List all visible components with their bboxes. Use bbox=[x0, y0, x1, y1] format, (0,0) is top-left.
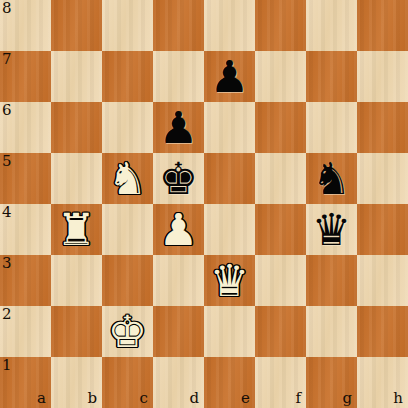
file-label-e: e bbox=[241, 391, 250, 406]
file-label-g: g bbox=[342, 391, 352, 406]
piece-black-queen[interactable]: ♛ bbox=[312, 204, 351, 255]
square-g7[interactable] bbox=[306, 51, 357, 102]
square-e4[interactable] bbox=[204, 204, 255, 255]
square-h3[interactable] bbox=[357, 255, 408, 306]
file-label-c: c bbox=[140, 391, 148, 406]
piece-white-queen[interactable]: ♛ bbox=[210, 255, 249, 306]
square-e8[interactable] bbox=[204, 0, 255, 51]
square-b3[interactable] bbox=[51, 255, 102, 306]
piece-white-rook[interactable]: ♜ bbox=[57, 204, 96, 255]
file-label-a: a bbox=[37, 391, 46, 406]
square-b6[interactable] bbox=[51, 102, 102, 153]
square-e3[interactable]: ♛ bbox=[204, 255, 255, 306]
square-h6[interactable] bbox=[357, 102, 408, 153]
square-c7[interactable] bbox=[102, 51, 153, 102]
rank-label-3: 3 bbox=[2, 256, 12, 271]
chess-board: 87♟6♟5♞♚♞4♜♟♛3♛2♚1abcdefgh bbox=[0, 0, 408, 408]
square-g4[interactable]: ♛ bbox=[306, 204, 357, 255]
square-h7[interactable] bbox=[357, 51, 408, 102]
square-d1[interactable]: d bbox=[153, 357, 204, 408]
square-f2[interactable] bbox=[255, 306, 306, 357]
piece-white-pawn[interactable]: ♟ bbox=[159, 204, 198, 255]
square-b5[interactable] bbox=[51, 153, 102, 204]
square-h4[interactable] bbox=[357, 204, 408, 255]
square-e5[interactable] bbox=[204, 153, 255, 204]
file-label-d: d bbox=[189, 391, 199, 406]
rank-label-8: 8 bbox=[2, 1, 12, 16]
square-a1[interactable]: 1a bbox=[0, 357, 51, 408]
square-c1[interactable]: c bbox=[102, 357, 153, 408]
file-label-f: f bbox=[295, 391, 301, 406]
rank-label-5: 5 bbox=[2, 154, 12, 169]
square-f1[interactable]: f bbox=[255, 357, 306, 408]
square-a7[interactable]: 7 bbox=[0, 51, 51, 102]
square-g3[interactable] bbox=[306, 255, 357, 306]
square-b1[interactable]: b bbox=[51, 357, 102, 408]
piece-white-knight[interactable]: ♞ bbox=[108, 153, 147, 204]
file-label-b: b bbox=[87, 391, 97, 406]
piece-black-king[interactable]: ♚ bbox=[159, 153, 198, 204]
piece-black-pawn[interactable]: ♟ bbox=[210, 51, 249, 102]
square-g5[interactable]: ♞ bbox=[306, 153, 357, 204]
square-f4[interactable] bbox=[255, 204, 306, 255]
square-c3[interactable] bbox=[102, 255, 153, 306]
square-a2[interactable]: 2 bbox=[0, 306, 51, 357]
square-d3[interactable] bbox=[153, 255, 204, 306]
piece-black-knight[interactable]: ♞ bbox=[312, 153, 351, 204]
square-f7[interactable] bbox=[255, 51, 306, 102]
square-f6[interactable] bbox=[255, 102, 306, 153]
piece-black-pawn[interactable]: ♟ bbox=[159, 102, 198, 153]
square-h1[interactable]: h bbox=[357, 357, 408, 408]
square-a5[interactable]: 5 bbox=[0, 153, 51, 204]
square-e1[interactable]: e bbox=[204, 357, 255, 408]
square-h2[interactable] bbox=[357, 306, 408, 357]
square-d8[interactable] bbox=[153, 0, 204, 51]
square-g6[interactable] bbox=[306, 102, 357, 153]
square-e2[interactable] bbox=[204, 306, 255, 357]
square-f3[interactable] bbox=[255, 255, 306, 306]
square-f5[interactable] bbox=[255, 153, 306, 204]
square-b8[interactable] bbox=[51, 0, 102, 51]
square-f8[interactable] bbox=[255, 0, 306, 51]
square-g2[interactable] bbox=[306, 306, 357, 357]
piece-white-king[interactable]: ♚ bbox=[108, 306, 147, 357]
square-d4[interactable]: ♟ bbox=[153, 204, 204, 255]
rank-label-1: 1 bbox=[2, 358, 12, 373]
file-label-h: h bbox=[393, 391, 403, 406]
square-a8[interactable]: 8 bbox=[0, 0, 51, 51]
square-h8[interactable] bbox=[357, 0, 408, 51]
rank-label-4: 4 bbox=[2, 205, 12, 220]
square-e7[interactable]: ♟ bbox=[204, 51, 255, 102]
rank-label-7: 7 bbox=[2, 52, 12, 67]
rank-label-6: 6 bbox=[2, 103, 12, 118]
square-g1[interactable]: g bbox=[306, 357, 357, 408]
square-b7[interactable] bbox=[51, 51, 102, 102]
square-g8[interactable] bbox=[306, 0, 357, 51]
rank-label-2: 2 bbox=[2, 307, 12, 322]
square-d5[interactable]: ♚ bbox=[153, 153, 204, 204]
square-b4[interactable]: ♜ bbox=[51, 204, 102, 255]
square-h5[interactable] bbox=[357, 153, 408, 204]
square-a4[interactable]: 4 bbox=[0, 204, 51, 255]
square-c8[interactable] bbox=[102, 0, 153, 51]
square-c2[interactable]: ♚ bbox=[102, 306, 153, 357]
square-a6[interactable]: 6 bbox=[0, 102, 51, 153]
square-a3[interactable]: 3 bbox=[0, 255, 51, 306]
square-c6[interactable] bbox=[102, 102, 153, 153]
square-c4[interactable] bbox=[102, 204, 153, 255]
square-d2[interactable] bbox=[153, 306, 204, 357]
square-e6[interactable] bbox=[204, 102, 255, 153]
square-b2[interactable] bbox=[51, 306, 102, 357]
square-d6[interactable]: ♟ bbox=[153, 102, 204, 153]
square-d7[interactable] bbox=[153, 51, 204, 102]
square-c5[interactable]: ♞ bbox=[102, 153, 153, 204]
